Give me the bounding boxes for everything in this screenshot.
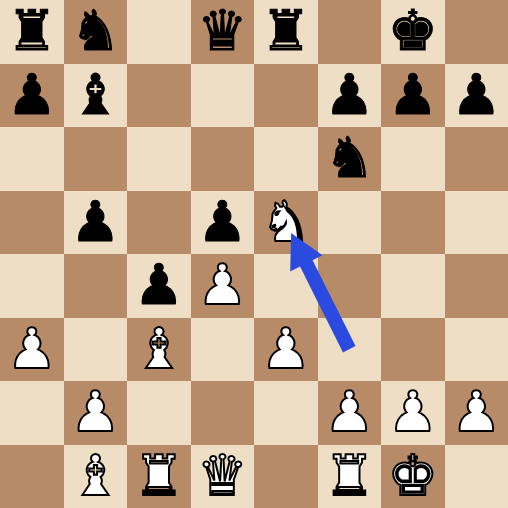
chess-app: ♜♞♛♜♚♟♝♟♟♟♞♟♟♞♟♟♟♝♟♟♟♟♟♝♜♛♜♚ — [0, 0, 508, 508]
square-e5[interactable]: ♞ — [254, 191, 318, 255]
square-a1[interactable] — [0, 445, 64, 508]
black-pawn[interactable]: ♟ — [451, 63, 501, 127]
square-e2[interactable] — [254, 381, 318, 445]
square-h7[interactable]: ♟ — [445, 64, 508, 128]
white-king[interactable]: ♚ — [388, 444, 438, 508]
square-f1[interactable]: ♜ — [318, 445, 382, 508]
square-a8[interactable]: ♜ — [0, 0, 64, 64]
square-f7[interactable]: ♟ — [318, 64, 382, 128]
square-e7[interactable] — [254, 64, 318, 128]
white-pawn[interactable]: ♟ — [388, 380, 438, 444]
square-d7[interactable] — [191, 64, 255, 128]
square-a6[interactable] — [0, 127, 64, 191]
square-h4[interactable] — [445, 254, 508, 318]
black-pawn[interactable]: ♟ — [134, 253, 184, 317]
square-h3[interactable] — [445, 318, 508, 382]
white-pawn[interactable]: ♟ — [7, 317, 57, 381]
chess-board: ♜♞♛♜♚♟♝♟♟♟♞♟♟♞♟♟♟♝♟♟♟♟♟♝♜♛♜♚ — [0, 0, 508, 508]
square-d5[interactable]: ♟ — [191, 191, 255, 255]
black-pawn[interactable]: ♟ — [388, 63, 438, 127]
white-pawn[interactable]: ♟ — [324, 380, 374, 444]
black-pawn[interactable]: ♟ — [70, 190, 120, 254]
black-king[interactable]: ♚ — [388, 0, 438, 63]
square-c6[interactable] — [127, 127, 191, 191]
square-h6[interactable] — [445, 127, 508, 191]
square-b4[interactable] — [64, 254, 128, 318]
square-e8[interactable]: ♜ — [254, 0, 318, 64]
black-pawn[interactable]: ♟ — [324, 63, 374, 127]
square-h5[interactable] — [445, 191, 508, 255]
square-c3[interactable]: ♝ — [127, 318, 191, 382]
square-d1[interactable]: ♛ — [191, 445, 255, 508]
square-b8[interactable]: ♞ — [64, 0, 128, 64]
black-rook[interactable]: ♜ — [261, 0, 311, 63]
white-bishop[interactable]: ♝ — [134, 317, 184, 381]
white-queen[interactable]: ♛ — [197, 444, 247, 508]
white-pawn[interactable]: ♟ — [451, 380, 501, 444]
black-queen[interactable]: ♛ — [197, 0, 247, 63]
square-a7[interactable]: ♟ — [0, 64, 64, 128]
square-f5[interactable] — [318, 191, 382, 255]
square-e4[interactable] — [254, 254, 318, 318]
white-rook[interactable]: ♜ — [324, 444, 374, 508]
square-g5[interactable] — [381, 191, 445, 255]
square-d2[interactable] — [191, 381, 255, 445]
square-g3[interactable] — [381, 318, 445, 382]
square-e1[interactable] — [254, 445, 318, 508]
square-c5[interactable] — [127, 191, 191, 255]
square-b5[interactable]: ♟ — [64, 191, 128, 255]
square-a2[interactable] — [0, 381, 64, 445]
square-d8[interactable]: ♛ — [191, 0, 255, 64]
square-c8[interactable] — [127, 0, 191, 64]
black-bishop[interactable]: ♝ — [70, 63, 120, 127]
white-pawn[interactable]: ♟ — [261, 317, 311, 381]
square-a3[interactable]: ♟ — [0, 318, 64, 382]
black-pawn[interactable]: ♟ — [7, 63, 57, 127]
square-b2[interactable]: ♟ — [64, 381, 128, 445]
white-bishop[interactable]: ♝ — [70, 444, 120, 508]
white-pawn[interactable]: ♟ — [70, 380, 120, 444]
square-h8[interactable] — [445, 0, 508, 64]
square-b3[interactable] — [64, 318, 128, 382]
square-a5[interactable] — [0, 191, 64, 255]
square-e3[interactable]: ♟ — [254, 318, 318, 382]
white-rook[interactable]: ♜ — [134, 444, 184, 508]
square-c7[interactable] — [127, 64, 191, 128]
square-f2[interactable]: ♟ — [318, 381, 382, 445]
square-g1[interactable]: ♚ — [381, 445, 445, 508]
square-g8[interactable]: ♚ — [381, 0, 445, 64]
square-g7[interactable]: ♟ — [381, 64, 445, 128]
square-c2[interactable] — [127, 381, 191, 445]
square-b6[interactable] — [64, 127, 128, 191]
square-f3[interactable] — [318, 318, 382, 382]
square-d4[interactable]: ♟ — [191, 254, 255, 318]
square-f8[interactable] — [318, 0, 382, 64]
square-c4[interactable]: ♟ — [127, 254, 191, 318]
square-h1[interactable] — [445, 445, 508, 508]
black-rook[interactable]: ♜ — [7, 0, 57, 63]
square-g6[interactable] — [381, 127, 445, 191]
square-g2[interactable]: ♟ — [381, 381, 445, 445]
square-a4[interactable] — [0, 254, 64, 318]
black-knight[interactable]: ♞ — [324, 126, 374, 190]
white-pawn[interactable]: ♟ — [197, 253, 247, 317]
square-d6[interactable] — [191, 127, 255, 191]
square-g4[interactable] — [381, 254, 445, 318]
square-e6[interactable] — [254, 127, 318, 191]
square-b7[interactable]: ♝ — [64, 64, 128, 128]
black-knight[interactable]: ♞ — [70, 0, 120, 63]
square-f4[interactable] — [318, 254, 382, 318]
square-b1[interactable]: ♝ — [64, 445, 128, 508]
square-h2[interactable]: ♟ — [445, 381, 508, 445]
square-d3[interactable] — [191, 318, 255, 382]
white-knight[interactable]: ♞ — [261, 190, 311, 254]
square-f6[interactable]: ♞ — [318, 127, 382, 191]
square-c1[interactable]: ♜ — [127, 445, 191, 508]
black-pawn[interactable]: ♟ — [197, 190, 247, 254]
